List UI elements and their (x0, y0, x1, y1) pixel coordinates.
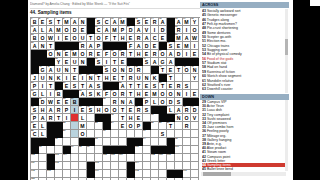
grid-cell[interactable]: R (135, 34, 143, 42)
grid-cell[interactable]: R (175, 82, 183, 90)
grid-cell[interactable] (151, 162, 159, 170)
grid-cell[interactable]: O (95, 34, 103, 42)
grid-cell[interactable] (95, 146, 103, 154)
grid-cell[interactable] (119, 130, 127, 138)
grid-cell[interactable] (143, 178, 151, 180)
grid-cell[interactable]: S (95, 82, 103, 90)
grid-cell[interactable] (127, 162, 135, 170)
grid-cell[interactable]: 85 (151, 122, 159, 130)
grid-cell[interactable] (31, 50, 39, 58)
grid-cell[interactable]: P (119, 26, 127, 34)
grid-cell[interactable]: H (135, 90, 143, 98)
grid-cell[interactable]: H (95, 106, 103, 114)
grid-cell[interactable]: 96 (39, 146, 47, 154)
grid-cell[interactable] (167, 170, 175, 178)
grid-cell[interactable] (87, 170, 95, 178)
grid-cell[interactable]: 75R (183, 106, 191, 114)
grid-cell[interactable]: R (47, 114, 55, 122)
grid-cell[interactable] (79, 162, 87, 170)
grid-cell[interactable]: 117 (95, 170, 103, 178)
grid-cell[interactable]: 2E (39, 18, 47, 26)
grid-cell[interactable]: I (47, 90, 55, 98)
grid-cell[interactable]: R (87, 50, 95, 58)
grid-cell[interactable]: T (127, 50, 135, 58)
grid-cell[interactable]: P (95, 42, 103, 50)
grid-cell[interactable]: 93 (95, 138, 103, 146)
grid-cell[interactable]: I (191, 42, 199, 50)
grid-cell[interactable] (63, 170, 71, 178)
grid-cell[interactable] (191, 146, 199, 154)
grid-cell[interactable] (47, 130, 55, 138)
grid-cell[interactable] (55, 122, 63, 130)
grid-cell[interactable] (183, 154, 191, 162)
grid-cell[interactable]: 9C (103, 18, 111, 26)
grid-cell[interactable]: E (79, 26, 87, 34)
grid-cell[interactable]: 89 (63, 130, 71, 138)
grid-cell[interactable] (87, 58, 95, 66)
grid-cell[interactable]: 69P (143, 98, 151, 106)
grid-cell[interactable]: R (127, 74, 135, 82)
grid-cell[interactable]: O (183, 114, 191, 122)
grid-cell[interactable] (159, 138, 167, 146)
grid-cell[interactable]: E (191, 90, 199, 98)
grid-cell[interactable]: H (127, 114, 135, 122)
grid-cell[interactable] (71, 170, 79, 178)
grid-cell[interactable]: D (175, 50, 183, 58)
grid-cell[interactable]: A (103, 26, 111, 34)
grid-cell[interactable]: D (71, 26, 79, 34)
grid-cell[interactable] (159, 178, 167, 180)
grid-cell[interactable]: T (135, 82, 143, 90)
grid-cell[interactable] (87, 114, 95, 122)
grid-cell[interactable] (191, 122, 199, 130)
grid-cell[interactable]: D (159, 26, 167, 34)
grid-cell[interactable]: 83 (95, 122, 103, 130)
grid-cell[interactable] (135, 130, 143, 138)
grid-cell[interactable]: V (191, 114, 199, 122)
grid-cell[interactable]: H (135, 50, 143, 58)
grid-cell[interactable] (127, 130, 135, 138)
grid-cell[interactable]: H (119, 34, 127, 42)
grid-cell[interactable]: 86 (159, 122, 167, 130)
grid-cell[interactable] (95, 178, 103, 180)
grid-cell[interactable]: E (71, 74, 79, 82)
grid-cell[interactable]: S (175, 98, 183, 106)
grid-cell[interactable] (143, 154, 151, 162)
grid-cell[interactable]: E (135, 114, 143, 122)
grid-cell[interactable] (191, 170, 199, 178)
grid-cell[interactable] (143, 146, 151, 154)
grid-cell[interactable]: 36R (119, 50, 127, 58)
grid-cell[interactable]: S (87, 90, 95, 98)
grid-cell[interactable]: 33M (71, 50, 79, 58)
grid-cell[interactable]: 38Y (55, 58, 63, 66)
grid-cell[interactable]: 71E (79, 106, 87, 114)
grid-cell[interactable]: I (183, 90, 191, 98)
grid-cell[interactable]: 118 (135, 170, 143, 178)
grid-cell[interactable]: I (71, 106, 79, 114)
grid-cell[interactable]: 116 (47, 170, 55, 178)
grid-cell[interactable] (135, 178, 143, 180)
grid-cell[interactable]: 4T (55, 18, 63, 26)
grid-cell[interactable]: S (151, 82, 159, 90)
horizontal-scrollbar[interactable] (201, 172, 286, 176)
grid-cell[interactable]: N (119, 66, 127, 74)
grid-cell[interactable]: I (183, 26, 191, 34)
grid-cell[interactable]: 20C (95, 26, 103, 34)
grid-cell[interactable] (159, 162, 167, 170)
grid-cell[interactable] (47, 146, 55, 154)
grid-cell[interactable] (191, 82, 199, 90)
grid-cell[interactable]: 57E (63, 82, 71, 90)
grid-cell[interactable]: 11M (119, 18, 127, 26)
grid-cell[interactable]: R (111, 98, 119, 106)
grid-cell[interactable]: 52N (87, 74, 95, 82)
grid-cell[interactable]: A (87, 42, 95, 50)
grid-cell[interactable]: 49N (191, 66, 199, 74)
grid-cell[interactable] (191, 162, 199, 170)
grid-cell[interactable] (119, 162, 127, 170)
grid-cell[interactable]: 46T (159, 66, 167, 74)
grid-cell[interactable]: C (151, 34, 159, 42)
grid-cell[interactable]: A (47, 26, 55, 34)
grid-cell[interactable]: O (103, 106, 111, 114)
across-scrollbar-thumb[interactable] (285, 39, 288, 55)
grid-cell[interactable]: 64O (111, 90, 119, 98)
clue-item[interactable]: 63 Downhill coaster (202, 87, 286, 91)
grid-cell[interactable] (63, 138, 71, 146)
grid-cell[interactable]: M (79, 122, 87, 130)
grid-cell[interactable]: A (143, 34, 151, 42)
grid-cell[interactable]: N (143, 74, 151, 82)
grid-cell[interactable]: 34F (103, 50, 111, 58)
grid-cell[interactable]: 14R (151, 18, 159, 26)
grid-cell[interactable]: N (119, 98, 127, 106)
grid-cell[interactable]: T (119, 114, 127, 122)
grid-cell[interactable] (87, 18, 95, 26)
grid-cell[interactable] (39, 178, 47, 180)
grid-cell[interactable]: 42A (47, 66, 55, 74)
grid-cell[interactable]: S (159, 130, 167, 138)
grid-cell[interactable]: 72S (87, 106, 95, 114)
grid-cell[interactable]: N (79, 58, 87, 66)
grid-cell[interactable]: 58A (119, 82, 127, 90)
grid-cell[interactable] (47, 138, 55, 146)
grid-cell[interactable] (103, 138, 111, 146)
grid-cell[interactable]: 104 (63, 154, 71, 162)
grid-cell[interactable]: D (143, 42, 151, 50)
grid-cell[interactable]: T (127, 90, 135, 98)
grid-cell[interactable]: E (191, 50, 199, 58)
grid-cell[interactable]: 65D (39, 98, 47, 106)
grid-cell[interactable] (103, 114, 111, 122)
grid-cell[interactable] (175, 178, 183, 180)
grid-cell[interactable]: 101 (175, 146, 183, 154)
grid-cell[interactable]: L (39, 122, 47, 130)
grid-cell[interactable] (55, 178, 63, 180)
grid-cell[interactable] (39, 50, 47, 58)
grid-cell[interactable] (127, 138, 135, 146)
grid-cell[interactable]: 18Y (191, 18, 199, 26)
grid-cell[interactable] (103, 170, 111, 178)
grid-cell[interactable]: 5M (63, 18, 71, 26)
grid-cell[interactable] (119, 170, 127, 178)
grid-cell[interactable]: E (63, 34, 71, 42)
grid-cell[interactable] (119, 178, 127, 180)
grid-cell[interactable] (71, 178, 79, 180)
grid-cell[interactable]: 7N (79, 18, 87, 26)
grid-cell[interactable]: 51I (79, 74, 87, 82)
grid-cell[interactable] (143, 162, 151, 170)
grid-cell[interactable] (63, 178, 71, 180)
grid-cell[interactable]: 110 (167, 154, 175, 162)
grid-cell[interactable]: I (55, 34, 63, 42)
grid-cell[interactable] (79, 170, 87, 178)
grid-cell[interactable]: 74L (167, 106, 175, 114)
grid-cell[interactable] (191, 138, 199, 146)
grid-cell[interactable]: 80N (175, 114, 183, 122)
grid-cell[interactable]: W (47, 98, 55, 106)
grid-cell[interactable]: R (151, 50, 159, 58)
grid-cell[interactable]: Y (191, 74, 199, 82)
grid-cell[interactable]: L (151, 98, 159, 106)
grid-cell[interactable]: R (183, 122, 191, 130)
grid-cell[interactable] (143, 66, 151, 74)
grid-cell[interactable] (71, 154, 79, 162)
grid-cell[interactable]: 87T (167, 122, 175, 130)
grid-cell[interactable] (71, 122, 79, 130)
grid-cell[interactable] (47, 122, 55, 130)
grid-cell[interactable]: 94 (143, 138, 151, 146)
grid-cell[interactable]: T (47, 82, 55, 90)
grid-cell[interactable]: 40S (143, 58, 151, 66)
grid-cell[interactable]: 68 (103, 98, 111, 106)
grid-cell[interactable]: A (47, 106, 55, 114)
grid-cell[interactable]: O (71, 34, 79, 42)
grid-cell[interactable]: W (191, 34, 199, 42)
grid-cell[interactable]: 25M (175, 34, 183, 42)
grid-cell[interactable]: M (151, 90, 159, 98)
grid-cell[interactable]: 47T (175, 66, 183, 74)
grid-cell[interactable]: 66E (63, 98, 71, 106)
grid-cell[interactable] (39, 154, 47, 162)
grid-cell[interactable] (31, 138, 39, 146)
grid-cell[interactable]: 3S (47, 18, 55, 26)
grid-cell[interactable]: U (135, 74, 143, 82)
grid-cell[interactable]: N (39, 42, 47, 50)
grid-cell[interactable]: 30O (47, 50, 55, 58)
grid-cell[interactable]: 26A (31, 42, 39, 50)
grid-cell[interactable]: 62A (79, 90, 87, 98)
grid-cell[interactable]: A (183, 34, 191, 42)
grid-cell[interactable] (167, 18, 175, 26)
grid-cell[interactable]: 43S (103, 66, 111, 74)
grid-cell[interactable]: M (111, 26, 119, 34)
grid-cell[interactable]: E (55, 98, 63, 106)
grid-cell[interactable] (183, 178, 191, 180)
grid-cell[interactable]: I (183, 50, 191, 58)
grid-cell[interactable]: 120 (31, 178, 39, 180)
grid-cell[interactable] (79, 178, 87, 180)
grid-cell[interactable]: M (183, 42, 191, 50)
grid-cell[interactable] (79, 154, 87, 162)
grid-cell[interactable]: I (151, 26, 159, 34)
grid-cell[interactable] (119, 138, 127, 146)
grid-cell[interactable] (175, 74, 183, 82)
grid-cell[interactable]: 29S (167, 42, 175, 50)
grid-cell[interactable]: T (71, 66, 79, 74)
grid-cell[interactable]: E (111, 74, 119, 82)
grid-cell[interactable] (55, 170, 63, 178)
grid-cell[interactable]: 13E (143, 18, 151, 26)
grid-cell[interactable] (127, 154, 135, 162)
grid-cell[interactable]: H (103, 74, 111, 82)
grid-cell[interactable] (143, 114, 151, 122)
grid-cell[interactable]: O (191, 26, 199, 34)
grid-cell[interactable]: 73R (135, 106, 143, 114)
grid-cell[interactable] (183, 138, 191, 146)
grid-cell[interactable] (71, 162, 79, 170)
grid-cell[interactable]: O (79, 50, 87, 58)
down-clue-list[interactable]: 29 Campus VIP30 Actor Yeun31 Luau dish32… (200, 100, 286, 171)
grid-cell[interactable]: 39S (95, 58, 103, 66)
grid-cell[interactable]: 106 (111, 154, 119, 162)
grid-cell[interactable] (127, 170, 135, 178)
grid-cell[interactable]: E (119, 122, 127, 130)
grid-cell[interactable]: 97 (71, 146, 79, 154)
grid-cell[interactable]: 44D (127, 66, 135, 74)
grid-cell[interactable] (151, 170, 159, 178)
grid-cell[interactable] (167, 26, 175, 34)
grid-cell[interactable]: 28F (127, 42, 135, 50)
grid-cell[interactable]: T (111, 58, 119, 66)
grid-cell[interactable]: 55T (167, 74, 175, 82)
crossword-grid[interactable]: 1B2E3S4T5M6A7N8S9C10A11M12S13E14R15A16A1… (30, 17, 200, 180)
grid-cell[interactable]: P (63, 106, 71, 114)
grid-cell[interactable]: E (167, 82, 175, 90)
grid-cell[interactable] (151, 178, 159, 180)
grid-cell[interactable]: O (111, 66, 119, 74)
grid-cell[interactable] (127, 146, 135, 154)
grid-cell[interactable]: 54K (151, 74, 159, 82)
grid-cell[interactable] (175, 162, 183, 170)
grid-cell[interactable] (71, 130, 79, 138)
grid-cell[interactable]: M (55, 26, 63, 34)
grid-cell[interactable] (159, 170, 167, 178)
grid-cell[interactable]: O (159, 90, 167, 98)
grid-cell[interactable] (191, 130, 199, 138)
grid-cell[interactable]: E (119, 58, 127, 66)
grid-cell[interactable]: V (143, 26, 151, 34)
grid-cell[interactable]: A (151, 58, 159, 66)
grid-cell[interactable]: 112 (55, 162, 63, 170)
grid-cell[interactable]: 12S (135, 18, 143, 26)
grid-cell[interactable]: L (39, 26, 47, 34)
across-scrollbar[interactable] (285, 9, 288, 93)
grid-cell[interactable] (39, 170, 47, 178)
grid-cell[interactable]: A (135, 42, 143, 50)
grid-cell[interactable]: E (63, 58, 71, 66)
grid-cell[interactable]: 107 (119, 154, 127, 162)
grid-cell[interactable]: E (159, 34, 167, 42)
grid-cell[interactable]: T (127, 82, 135, 90)
grid-cell[interactable]: 37O (159, 50, 167, 58)
grid-cell[interactable] (103, 162, 111, 170)
grid-cell[interactable]: 17M (183, 18, 191, 26)
grid-cell[interactable]: E (143, 82, 151, 90)
grid-cell[interactable]: 60G (31, 90, 39, 98)
grid-cell[interactable]: E (127, 106, 135, 114)
grid-cell[interactable]: 59T (159, 82, 167, 90)
grid-cell[interactable]: 35O (111, 50, 119, 58)
grid-cell[interactable] (191, 154, 199, 162)
grid-cell[interactable] (111, 178, 119, 180)
grid-cell[interactable]: 10A (111, 18, 119, 26)
grid-cell[interactable]: U (39, 74, 47, 82)
grid-cell[interactable]: 41G (39, 66, 47, 74)
grid-cell[interactable] (175, 154, 183, 162)
grid-cell[interactable]: F (103, 34, 111, 42)
grid-cell[interactable]: 45R (135, 66, 143, 74)
grid-cell[interactable]: O (79, 130, 87, 138)
grid-cell[interactable] (39, 162, 47, 170)
grid-cell[interactable] (87, 154, 95, 162)
grid-cell[interactable]: A (127, 98, 135, 106)
clue-item[interactable]: 45 Ballet knee bend (202, 167, 286, 171)
grid-cell[interactable] (95, 98, 103, 106)
grid-cell[interactable] (63, 162, 71, 170)
grid-cell[interactable] (167, 178, 175, 180)
horizontal-scrollbar-thumb[interactable] (203, 172, 231, 176)
grid-cell[interactable] (167, 130, 175, 138)
grid-cell[interactable]: T (55, 114, 63, 122)
grid-cell[interactable]: 32E (63, 50, 71, 58)
grid-cell[interactable]: 76D (191, 106, 199, 114)
grid-cell[interactable]: A (167, 50, 175, 58)
grid-cell[interactable]: P (135, 122, 143, 130)
grid-cell[interactable] (167, 138, 175, 146)
grid-cell[interactable]: T (119, 106, 127, 114)
grid-cell[interactable] (71, 114, 79, 122)
grid-cell[interactable]: A (39, 114, 47, 122)
grid-cell[interactable]: 88C (31, 130, 39, 138)
grid-cell[interactable]: 99 (87, 146, 95, 154)
grid-cell[interactable] (111, 138, 119, 146)
grid-cell[interactable] (111, 170, 119, 178)
grid-cell[interactable]: U (71, 58, 79, 66)
grid-cell[interactable]: S (143, 106, 151, 114)
grid-cell[interactable]: I (39, 82, 47, 90)
grid-cell[interactable]: 98 (79, 146, 87, 154)
grid-cell[interactable]: 6A (71, 18, 79, 26)
grid-cell[interactable]: 108 (151, 154, 159, 162)
grid-cell[interactable]: 48O (183, 66, 191, 74)
grid-cell[interactable]: A (167, 58, 175, 66)
grid-cell[interactable] (47, 154, 55, 162)
grid-cell[interactable]: 67B (71, 98, 79, 106)
grid-cell[interactable]: O (167, 90, 175, 98)
grid-cell[interactable]: 100 (135, 146, 143, 154)
grid-cell[interactable]: 21D (127, 26, 135, 34)
grid-cell[interactable] (87, 162, 95, 170)
grid-cell[interactable]: O (63, 26, 71, 34)
grid-cell[interactable] (183, 130, 191, 138)
grid-cell[interactable]: E (151, 42, 159, 50)
grid-cell[interactable]: S (183, 82, 191, 90)
grid-cell[interactable]: K (55, 74, 63, 82)
grid-cell[interactable] (191, 178, 199, 180)
across-clue-list[interactable]: 43 Socially awkward sort45 Genetic messe… (200, 9, 286, 93)
